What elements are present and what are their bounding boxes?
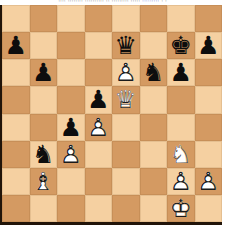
board-frame: ♟♛♚♟♟♟♙♞♟♟♛♕♟♟♙♞♟♙♞♘♝♗♟♙♟♙♚♔ — [0, 5, 222, 225]
white-king: ♚♔ — [167, 195, 195, 222]
square-h4[interactable] — [195, 114, 223, 141]
square-b6[interactable]: ♟ — [30, 59, 58, 86]
square-d1[interactable] — [85, 195, 113, 222]
caption-segment-1: ········· — [142, 0, 159, 4]
square-e3[interactable] — [112, 141, 140, 168]
black-pawn: ♟ — [195, 32, 223, 59]
black-pawn: ♟ — [57, 114, 85, 141]
square-e4[interactable] — [112, 114, 140, 141]
square-a1[interactable] — [2, 195, 30, 222]
black-pawn: ♟ — [167, 59, 195, 86]
square-f1[interactable] — [140, 195, 168, 222]
square-e6[interactable]: ♟♙ — [112, 59, 140, 86]
square-f4[interactable] — [140, 114, 168, 141]
caption-segment-2: · · — [159, 0, 167, 4]
square-g5[interactable] — [167, 86, 195, 113]
black-pawn: ♟ — [30, 59, 58, 86]
square-e1[interactable] — [112, 195, 140, 222]
square-b3[interactable]: ♞ — [30, 141, 58, 168]
white-pawn: ♟♙ — [167, 168, 195, 195]
square-h7[interactable]: ♟ — [195, 32, 223, 59]
square-f2[interactable] — [140, 168, 168, 195]
white-pawn: ♟♙ — [57, 141, 85, 168]
square-c3[interactable]: ♟♙ — [57, 141, 85, 168]
white-knight: ♞♘ — [167, 141, 195, 168]
square-a5[interactable] — [2, 86, 30, 113]
square-d4[interactable]: ♟♙ — [85, 114, 113, 141]
square-b2[interactable]: ♝♗ — [30, 168, 58, 195]
black-knight: ♞ — [30, 141, 58, 168]
white-bishop: ♝♗ — [30, 168, 58, 195]
square-b1[interactable] — [30, 195, 58, 222]
square-b4[interactable] — [30, 114, 58, 141]
black-pawn: ♟ — [2, 32, 30, 59]
square-g3[interactable]: ♞♘ — [167, 141, 195, 168]
square-f3[interactable] — [140, 141, 168, 168]
square-f7[interactable] — [140, 32, 168, 59]
square-g1[interactable]: ♚♔ — [167, 195, 195, 222]
square-f8[interactable] — [140, 5, 168, 32]
square-e8[interactable] — [112, 5, 140, 32]
square-h5[interactable] — [195, 86, 223, 113]
square-g8[interactable] — [167, 5, 195, 32]
square-a6[interactable] — [2, 59, 30, 86]
square-c7[interactable] — [57, 32, 85, 59]
square-c6[interactable] — [57, 59, 85, 86]
square-c8[interactable] — [57, 5, 85, 32]
square-d8[interactable] — [85, 5, 113, 32]
black-queen: ♛ — [112, 32, 140, 59]
square-g6[interactable]: ♟ — [167, 59, 195, 86]
white-pawn: ♟♙ — [112, 59, 140, 86]
square-b7[interactable] — [30, 32, 58, 59]
square-a4[interactable] — [2, 114, 30, 141]
square-a8[interactable] — [2, 5, 30, 32]
black-knight: ♞ — [140, 59, 168, 86]
square-h3[interactable] — [195, 141, 223, 168]
black-pawn: ♟ — [85, 86, 113, 113]
square-h2[interactable]: ♟♙ — [195, 168, 223, 195]
square-g2[interactable]: ♟♙ — [167, 168, 195, 195]
square-f6[interactable]: ♞ — [140, 59, 168, 86]
square-b8[interactable] — [30, 5, 58, 32]
square-g7[interactable]: ♚ — [167, 32, 195, 59]
square-c5[interactable] — [57, 86, 85, 113]
chess-board: ♟♛♚♟♟♟♙♞♟♟♛♕♟♟♙♞♟♙♞♘♝♗♟♙♟♙♚♔ — [2, 5, 222, 222]
black-king: ♚ — [167, 32, 195, 59]
square-d7[interactable] — [85, 32, 113, 59]
white-pawn: ♟♙ — [195, 168, 223, 195]
square-h1[interactable] — [195, 195, 223, 222]
square-c2[interactable] — [57, 168, 85, 195]
square-g4[interactable] — [167, 114, 195, 141]
white-pawn: ♟♙ — [85, 114, 113, 141]
square-a3[interactable] — [2, 141, 30, 168]
square-c1[interactable] — [57, 195, 85, 222]
square-b5[interactable] — [30, 86, 58, 113]
square-c4[interactable]: ♟ — [57, 114, 85, 141]
square-d3[interactable] — [85, 141, 113, 168]
white-queen: ♛♕ — [112, 86, 140, 113]
square-a7[interactable]: ♟ — [2, 32, 30, 59]
square-d6[interactable] — [85, 59, 113, 86]
square-e7[interactable]: ♛ — [112, 32, 140, 59]
square-a2[interactable] — [2, 168, 30, 195]
square-e5[interactable]: ♛♕ — [112, 86, 140, 113]
square-h6[interactable] — [195, 59, 223, 86]
square-f5[interactable] — [140, 86, 168, 113]
square-d2[interactable] — [85, 168, 113, 195]
square-e2[interactable] — [112, 168, 140, 195]
square-h8[interactable] — [195, 5, 223, 32]
square-d5[interactable]: ♟ — [85, 86, 113, 113]
caption-segment-0: ···· ········ ·········· ·· ········· ··… — [58, 0, 142, 4]
